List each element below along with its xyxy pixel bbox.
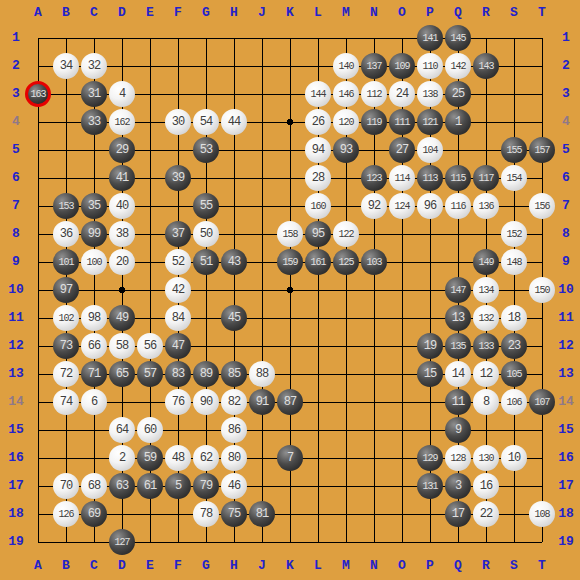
- stone-H18-move-75: 75: [221, 501, 247, 527]
- stone-H15-move-86: 86: [221, 417, 247, 443]
- stone-L7-move-160: 160: [305, 193, 331, 219]
- stone-move-number: 4: [119, 87, 125, 101]
- stone-move-number: 7: [287, 451, 293, 465]
- stone-G5-move-53: 53: [193, 137, 219, 163]
- stone-move-number: 108: [534, 509, 549, 520]
- stone-move-number: 93: [340, 143, 352, 157]
- stone-move-number: 1: [455, 115, 461, 129]
- stone-E12-move-56: 56: [137, 333, 163, 359]
- stone-G13-move-89: 89: [193, 361, 219, 387]
- stone-B18-move-126: 126: [53, 501, 79, 527]
- stone-D11-move-49: 49: [109, 305, 135, 331]
- stone-move-number: 136: [478, 201, 493, 212]
- row-label-right-11: 11: [552, 310, 580, 326]
- stone-move-number: 156: [534, 201, 549, 212]
- stone-D7-move-40: 40: [109, 193, 135, 219]
- stone-P16-move-129: 129: [417, 445, 443, 471]
- stone-move-number: 31: [88, 87, 100, 101]
- stone-S13-move-105: 105: [501, 361, 527, 387]
- row-label-right-8: 8: [552, 226, 580, 242]
- stone-S6-move-154: 154: [501, 165, 527, 191]
- stone-R9-move-149: 149: [473, 249, 499, 275]
- stone-R14-move-8: 8: [473, 389, 499, 415]
- column-label-bottom-M: M: [332, 558, 360, 574]
- stone-move-number: 127: [114, 537, 129, 548]
- stone-C8-move-99: 99: [81, 221, 107, 247]
- stone-P7-move-96: 96: [417, 193, 443, 219]
- stone-Q11-move-13: 13: [445, 305, 471, 331]
- stone-move-number: 159: [282, 257, 297, 268]
- stone-T5-move-157: 157: [529, 137, 555, 163]
- stone-move-number: 137: [366, 61, 381, 72]
- stone-move-number: 19: [424, 339, 436, 353]
- stone-move-number: 145: [450, 33, 465, 44]
- stone-move-number: 65: [116, 367, 128, 381]
- stone-move-number: 5: [175, 479, 181, 493]
- stone-move-number: 50: [200, 227, 212, 241]
- stone-move-number: 91: [256, 395, 268, 409]
- column-label-top-O: O: [388, 5, 416, 21]
- stone-move-number: 86: [228, 423, 240, 437]
- stone-Q7-move-116: 116: [445, 193, 471, 219]
- stone-E16-move-59: 59: [137, 445, 163, 471]
- stone-B13-move-72: 72: [53, 361, 79, 387]
- stone-T7-move-156: 156: [529, 193, 555, 219]
- stone-move-number: 69: [88, 507, 100, 521]
- stone-N4-move-119: 119: [361, 109, 387, 135]
- stone-move-number: 161: [310, 257, 325, 268]
- stone-move-number: 54: [200, 115, 212, 129]
- stone-move-number: 13: [452, 311, 464, 325]
- stone-move-number: 59: [144, 451, 156, 465]
- row-label-right-6: 6: [552, 170, 580, 186]
- stone-G9-move-51: 51: [193, 249, 219, 275]
- column-label-top-M: M: [332, 5, 360, 21]
- stone-move-number: 3: [455, 479, 461, 493]
- column-label-bottom-R: R: [472, 558, 500, 574]
- column-label-bottom-K: K: [276, 558, 304, 574]
- stone-C11-move-98: 98: [81, 305, 107, 331]
- stone-move-number: 126: [58, 509, 73, 520]
- stone-move-number: 38: [116, 227, 128, 241]
- stone-move-number: 87: [284, 395, 296, 409]
- column-label-top-B: B: [52, 5, 80, 21]
- stone-move-number: 60: [144, 423, 156, 437]
- stone-Q2-move-142: 142: [445, 53, 471, 79]
- stone-D19-move-127: 127: [109, 529, 135, 555]
- stone-move-number: 110: [422, 61, 437, 72]
- column-label-bottom-C: C: [80, 558, 108, 574]
- stone-O5-move-27: 27: [389, 137, 415, 163]
- column-label-top-D: D: [108, 5, 136, 21]
- stone-move-number: 81: [256, 507, 268, 521]
- stone-R13-move-12: 12: [473, 361, 499, 387]
- stone-move-number: 88: [256, 367, 268, 381]
- stone-D4-move-162: 162: [109, 109, 135, 135]
- stone-move-number: 142: [450, 61, 465, 72]
- stone-H13-move-85: 85: [221, 361, 247, 387]
- column-label-top-Q: Q: [444, 5, 472, 21]
- stone-H14-move-82: 82: [221, 389, 247, 415]
- stone-Q3-move-25: 25: [445, 81, 471, 107]
- row-label-right-3: 3: [552, 86, 580, 102]
- stone-G7-move-55: 55: [193, 193, 219, 219]
- row-label-right-13: 13: [552, 366, 580, 382]
- stone-move-number: 103: [366, 257, 381, 268]
- stone-move-number: 33: [88, 115, 100, 129]
- stone-move-number: 39: [172, 171, 184, 185]
- stone-E15-move-60: 60: [137, 417, 163, 443]
- stone-C14-move-6: 6: [81, 389, 107, 415]
- row-label-right-1: 1: [552, 30, 580, 46]
- stone-Q6-move-115: 115: [445, 165, 471, 191]
- stone-move-number: 42: [172, 283, 184, 297]
- column-label-top-E: E: [136, 5, 164, 21]
- stone-move-number: 56: [144, 339, 156, 353]
- stone-move-number: 130: [478, 453, 493, 464]
- stone-move-number: 53: [200, 143, 212, 157]
- stone-move-number: 100: [86, 257, 101, 268]
- stone-move-number: 36: [60, 227, 72, 241]
- stone-move-number: 141: [422, 33, 437, 44]
- stone-move-number: 119: [366, 117, 381, 128]
- stone-A3-move-163: 163: [25, 81, 51, 107]
- stone-L4-move-26: 26: [305, 109, 331, 135]
- stone-move-number: 76: [172, 395, 184, 409]
- stone-Q12-move-135: 135: [445, 333, 471, 359]
- stone-move-number: 125: [338, 257, 353, 268]
- stone-F9-move-52: 52: [165, 249, 191, 275]
- stone-move-number: 138: [422, 89, 437, 100]
- stone-move-number: 121: [422, 117, 437, 128]
- column-label-top-K: K: [276, 5, 304, 21]
- stone-move-number: 111: [394, 117, 409, 128]
- stone-move-number: 64: [116, 423, 128, 437]
- stone-move-number: 117: [478, 173, 493, 184]
- column-label-bottom-Q: Q: [444, 558, 472, 574]
- stone-P4-move-121: 121: [417, 109, 443, 135]
- stone-P2-move-110: 110: [417, 53, 443, 79]
- stone-move-number: 102: [58, 313, 73, 324]
- column-label-bottom-H: H: [220, 558, 248, 574]
- stone-J18-move-81: 81: [249, 501, 275, 527]
- stone-H11-move-45: 45: [221, 305, 247, 331]
- row-label-right-12: 12: [552, 338, 580, 354]
- stone-move-number: 104: [422, 145, 437, 156]
- stone-D6-move-41: 41: [109, 165, 135, 191]
- stone-F17-move-5: 5: [165, 473, 191, 499]
- column-label-bottom-N: N: [360, 558, 388, 574]
- stone-move-number: 148: [506, 257, 521, 268]
- stone-E13-move-57: 57: [137, 361, 163, 387]
- stone-K8-move-158: 158: [277, 221, 303, 247]
- column-label-bottom-T: T: [528, 558, 556, 574]
- stone-K14-move-87: 87: [277, 389, 303, 415]
- stone-move-number: 123: [366, 173, 381, 184]
- column-label-top-R: R: [472, 5, 500, 21]
- stone-R10-move-134: 134: [473, 277, 499, 303]
- stone-move-number: 152: [506, 229, 521, 240]
- stone-J13-move-88: 88: [249, 361, 275, 387]
- row-label-right-16: 16: [552, 450, 580, 466]
- row-label-right-17: 17: [552, 478, 580, 494]
- stone-move-number: 74: [60, 395, 72, 409]
- stone-J14-move-91: 91: [249, 389, 275, 415]
- column-label-bottom-B: B: [52, 558, 80, 574]
- stone-B11-move-102: 102: [53, 305, 79, 331]
- stone-F11-move-84: 84: [165, 305, 191, 331]
- stone-Q16-move-128: 128: [445, 445, 471, 471]
- stone-move-number: 2: [119, 451, 125, 465]
- stone-move-number: 82: [228, 395, 240, 409]
- stone-P17-move-131: 131: [417, 473, 443, 499]
- stone-D17-move-63: 63: [109, 473, 135, 499]
- stone-move-number: 18: [508, 311, 520, 325]
- column-label-top-S: S: [500, 5, 528, 21]
- stone-M4-move-120: 120: [333, 109, 359, 135]
- stone-move-number: 6: [91, 395, 97, 409]
- stone-move-number: 135: [450, 341, 465, 352]
- stone-move-number: 154: [506, 173, 521, 184]
- column-label-bottom-F: F: [164, 558, 192, 574]
- stone-move-number: 147: [450, 285, 465, 296]
- stone-L8-move-95: 95: [305, 221, 331, 247]
- stone-move-number: 78: [200, 507, 212, 521]
- column-label-top-C: C: [80, 5, 108, 21]
- stone-move-number: 72: [60, 367, 72, 381]
- stone-move-number: 155: [506, 145, 521, 156]
- stone-D8-move-38: 38: [109, 221, 135, 247]
- stone-S8-move-152: 152: [501, 221, 527, 247]
- stone-move-number: 85: [228, 367, 240, 381]
- stone-P13-move-15: 15: [417, 361, 443, 387]
- stone-B10-move-97: 97: [53, 277, 79, 303]
- stone-L3-move-144: 144: [305, 81, 331, 107]
- stone-F10-move-42: 42: [165, 277, 191, 303]
- stone-move-number: 115: [450, 173, 465, 184]
- stone-H16-move-80: 80: [221, 445, 247, 471]
- stone-C12-move-66: 66: [81, 333, 107, 359]
- stone-S11-move-18: 18: [501, 305, 527, 331]
- stone-move-number: 47: [172, 339, 184, 353]
- stone-B9-move-101: 101: [53, 249, 79, 275]
- stone-move-number: 105: [506, 369, 521, 380]
- stone-N3-move-112: 112: [361, 81, 387, 107]
- stone-move-number: 20: [116, 255, 128, 269]
- stone-move-number: 107: [534, 397, 549, 408]
- stone-move-number: 144: [310, 89, 325, 100]
- column-label-bottom-A: A: [24, 558, 52, 574]
- stone-move-number: 150: [534, 285, 549, 296]
- column-label-bottom-L: L: [304, 558, 332, 574]
- stone-T18-move-108: 108: [529, 501, 555, 527]
- stone-L6-move-28: 28: [305, 165, 331, 191]
- stone-move-number: 113: [422, 173, 437, 184]
- stone-move-number: 70: [60, 479, 72, 493]
- stone-O7-move-124: 124: [389, 193, 415, 219]
- stone-P3-move-138: 138: [417, 81, 443, 107]
- stone-D3-move-4: 4: [109, 81, 135, 107]
- stone-O2-move-109: 109: [389, 53, 415, 79]
- stone-C7-move-35: 35: [81, 193, 107, 219]
- stone-move-number: 22: [480, 507, 492, 521]
- stone-move-number: 157: [534, 145, 549, 156]
- stone-F12-move-47: 47: [165, 333, 191, 359]
- stone-S9-move-148: 148: [501, 249, 527, 275]
- stone-move-number: 8: [483, 395, 489, 409]
- column-label-top-T: T: [528, 5, 556, 21]
- row-label-right-14: 14: [552, 394, 580, 410]
- stone-move-number: 66: [88, 339, 100, 353]
- stone-D13-move-65: 65: [109, 361, 135, 387]
- stone-D12-move-58: 58: [109, 333, 135, 359]
- stone-F8-move-37: 37: [165, 221, 191, 247]
- stone-move-number: 89: [200, 367, 212, 381]
- stone-Q17-move-3: 3: [445, 473, 471, 499]
- stone-N6-move-123: 123: [361, 165, 387, 191]
- stone-T10-move-150: 150: [529, 277, 555, 303]
- stone-move-number: 158: [282, 229, 297, 240]
- row-label-right-5: 5: [552, 142, 580, 158]
- stone-move-number: 79: [200, 479, 212, 493]
- column-label-bottom-D: D: [108, 558, 136, 574]
- stone-move-number: 163: [30, 89, 45, 100]
- stone-move-number: 25: [452, 87, 464, 101]
- column-label-bottom-E: E: [136, 558, 164, 574]
- column-label-top-N: N: [360, 5, 388, 21]
- stone-N2-move-137: 137: [361, 53, 387, 79]
- stone-move-number: 90: [200, 395, 212, 409]
- stone-E17-move-61: 61: [137, 473, 163, 499]
- stone-move-number: 122: [338, 229, 353, 240]
- stone-C18-move-69: 69: [81, 501, 107, 527]
- stone-N9-move-103: 103: [361, 249, 387, 275]
- go-board-screen: ABCDEFGHJKLMNOPQRST ABCDEFGHJKLMNOPQRST …: [0, 0, 580, 580]
- stone-Q13-move-14: 14: [445, 361, 471, 387]
- stone-move-number: 49: [116, 311, 128, 325]
- stone-R16-move-130: 130: [473, 445, 499, 471]
- stone-M5-move-93: 93: [333, 137, 359, 163]
- stone-R11-move-132: 132: [473, 305, 499, 331]
- stone-move-number: 80: [228, 451, 240, 465]
- stone-move-number: 112: [366, 89, 381, 100]
- stone-G17-move-79: 79: [193, 473, 219, 499]
- stone-move-number: 132: [478, 313, 493, 324]
- stone-Q15-move-9: 9: [445, 417, 471, 443]
- stone-move-number: 114: [394, 173, 409, 184]
- stone-move-number: 68: [88, 479, 100, 493]
- stone-move-number: 40: [116, 199, 128, 213]
- stone-R12-move-133: 133: [473, 333, 499, 359]
- stone-C2-move-32: 32: [81, 53, 107, 79]
- stone-move-number: 84: [172, 311, 184, 325]
- stone-move-number: 10: [508, 451, 520, 465]
- go-board-intersections[interactable]: 1234567891011121314151617181920222324252…: [24, 24, 556, 556]
- stone-K9-move-159: 159: [277, 249, 303, 275]
- stone-move-number: 27: [396, 143, 408, 157]
- stone-move-number: 116: [450, 201, 465, 212]
- stone-K16-move-7: 7: [277, 445, 303, 471]
- stone-B12-move-73: 73: [53, 333, 79, 359]
- stone-move-number: 101: [58, 257, 73, 268]
- stone-R6-move-117: 117: [473, 165, 499, 191]
- stone-move-number: 35: [88, 199, 100, 213]
- stone-move-number: 120: [338, 117, 353, 128]
- stone-C17-move-68: 68: [81, 473, 107, 499]
- column-label-bottom-P: P: [416, 558, 444, 574]
- stone-G4-move-54: 54: [193, 109, 219, 135]
- stone-move-number: 43: [228, 255, 240, 269]
- stone-R17-move-16: 16: [473, 473, 499, 499]
- stone-move-number: 48: [172, 451, 184, 465]
- stone-move-number: 143: [478, 61, 493, 72]
- stone-move-number: 73: [60, 339, 72, 353]
- stone-move-number: 95: [312, 227, 324, 241]
- column-label-top-J: J: [248, 5, 276, 21]
- stone-F4-move-30: 30: [165, 109, 191, 135]
- stone-L9-move-161: 161: [305, 249, 331, 275]
- stone-O6-move-114: 114: [389, 165, 415, 191]
- stone-move-number: 99: [88, 227, 100, 241]
- row-label-right-10: 10: [552, 282, 580, 298]
- stone-P1-move-141: 141: [417, 25, 443, 51]
- stone-move-number: 153: [58, 201, 73, 212]
- column-label-bottom-G: G: [192, 558, 220, 574]
- stone-S12-move-23: 23: [501, 333, 527, 359]
- stone-move-number: 32: [88, 59, 100, 73]
- stone-P5-move-104: 104: [417, 137, 443, 163]
- stone-move-number: 131: [422, 481, 437, 492]
- row-label-right-2: 2: [552, 58, 580, 74]
- row-label-right-19: 19: [552, 534, 580, 550]
- stone-move-number: 41: [116, 171, 128, 185]
- stone-move-number: 97: [60, 283, 72, 297]
- stone-move-number: 51: [200, 255, 212, 269]
- stone-C9-move-100: 100: [81, 249, 107, 275]
- stone-move-number: 55: [200, 199, 212, 213]
- stone-B8-move-36: 36: [53, 221, 79, 247]
- row-label-right-15: 15: [552, 422, 580, 438]
- stone-Q4-move-1: 1: [445, 109, 471, 135]
- stone-move-number: 109: [394, 61, 409, 72]
- stone-H4-move-44: 44: [221, 109, 247, 135]
- row-label-right-9: 9: [552, 254, 580, 270]
- stone-R7-move-136: 136: [473, 193, 499, 219]
- stone-R2-move-143: 143: [473, 53, 499, 79]
- stone-O3-move-24: 24: [389, 81, 415, 107]
- stone-move-number: 94: [312, 143, 324, 157]
- stone-move-number: 46: [228, 479, 240, 493]
- stone-move-number: 37: [172, 227, 184, 241]
- stone-move-number: 162: [114, 117, 129, 128]
- stone-move-number: 128: [450, 453, 465, 464]
- stone-move-number: 98: [88, 311, 100, 325]
- stone-move-number: 71: [88, 367, 100, 381]
- stone-C4-move-33: 33: [81, 109, 107, 135]
- stone-P12-move-19: 19: [417, 333, 443, 359]
- stone-T14-move-107: 107: [529, 389, 555, 415]
- stone-N7-move-92: 92: [361, 193, 387, 219]
- stone-move-number: 62: [200, 451, 212, 465]
- stone-move-number: 28: [312, 171, 324, 185]
- stone-C3-move-31: 31: [81, 81, 107, 107]
- row-label-right-4: 4: [552, 114, 580, 130]
- stone-L5-move-94: 94: [305, 137, 331, 163]
- stone-move-number: 16: [480, 479, 492, 493]
- stone-move-number: 44: [228, 115, 240, 129]
- stone-move-number: 106: [506, 397, 521, 408]
- stone-move-number: 15: [424, 367, 436, 381]
